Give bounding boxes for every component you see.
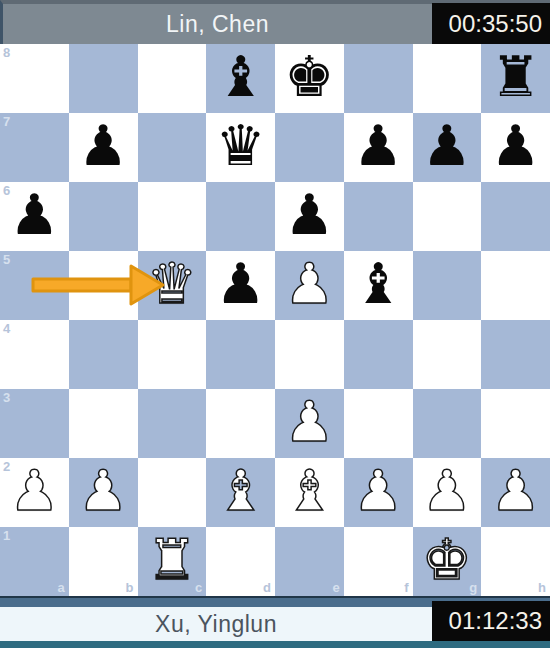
square-a3[interactable]: 3 [0,389,69,458]
square-h3[interactable] [481,389,550,458]
top-player-clock: 00:35:50 [432,3,550,44]
square-c3[interactable] [138,389,207,458]
square-e5[interactable]: ♟ [275,251,344,320]
rank-label-4: 4 [3,322,10,335]
top-player-bar: Lin, Chen 00:35:50 [0,0,550,44]
white-rook[interactable]: ♜ [147,532,197,588]
square-g4[interactable] [413,320,482,389]
square-g7[interactable]: ♟ [413,113,482,182]
square-b7[interactable]: ♟ [69,113,138,182]
file-label-f: f [404,581,408,594]
square-d4[interactable] [206,320,275,389]
black-pawn[interactable]: ♟ [284,187,334,243]
square-c5[interactable]: ♛ [138,251,207,320]
square-a8[interactable]: 8 [0,44,69,113]
black-pawn[interactable]: ♟ [216,256,266,312]
bottom-edge-strip [0,641,550,648]
square-h1[interactable]: h [481,527,550,596]
square-c1[interactable]: c♜ [138,527,207,596]
square-b5[interactable] [69,251,138,320]
white-pawn[interactable]: ♟ [284,394,334,450]
black-pawn[interactable]: ♟ [78,118,128,174]
square-b2[interactable]: ♟ [69,458,138,527]
square-h4[interactable] [481,320,550,389]
file-label-d: d [263,581,271,594]
square-g5[interactable] [413,251,482,320]
square-g6[interactable] [413,182,482,251]
square-a5[interactable]: 5 [0,251,69,320]
square-h5[interactable] [481,251,550,320]
file-label-h: h [538,581,546,594]
square-f6[interactable] [344,182,413,251]
square-c6[interactable] [138,182,207,251]
square-e8[interactable]: ♚ [275,44,344,113]
square-f3[interactable] [344,389,413,458]
square-c2[interactable] [138,458,207,527]
square-h7[interactable]: ♟ [481,113,550,182]
square-d7[interactable]: ♛ [206,113,275,182]
square-g2[interactable]: ♟ [413,458,482,527]
square-d5[interactable]: ♟ [206,251,275,320]
white-pawn[interactable]: ♟ [78,463,128,519]
white-bishop[interactable]: ♝ [216,463,266,519]
square-f5[interactable]: ♝ [344,251,413,320]
black-rook[interactable]: ♜ [491,49,541,105]
square-a6[interactable]: 6♟ [0,182,69,251]
square-c8[interactable] [138,44,207,113]
black-pawn[interactable]: ♟ [9,187,59,243]
square-b8[interactable] [69,44,138,113]
rank-label-1: 1 [3,529,10,542]
square-h8[interactable]: ♜ [481,44,550,113]
black-pawn[interactable]: ♟ [353,118,403,174]
bottom-player-clock: 01:12:33 [432,601,550,641]
square-g3[interactable] [413,389,482,458]
rank-label-3: 3 [3,391,10,404]
square-e3[interactable]: ♟ [275,389,344,458]
black-bishop[interactable]: ♝ [216,49,266,105]
file-label-a: a [58,581,65,594]
white-king[interactable]: ♚ [422,532,472,588]
white-queen[interactable]: ♛ [147,256,197,312]
square-f1[interactable]: f [344,527,413,596]
square-g1[interactable]: g♚ [413,527,482,596]
square-a2[interactable]: 2♟ [0,458,69,527]
square-g8[interactable] [413,44,482,113]
rank-label-7: 7 [3,115,10,128]
square-h6[interactable] [481,182,550,251]
white-pawn[interactable]: ♟ [284,256,334,312]
rank-label-8: 8 [3,46,10,59]
file-label-e: e [333,581,340,594]
square-f4[interactable] [344,320,413,389]
square-e2[interactable]: ♝ [275,458,344,527]
square-d8[interactable]: ♝ [206,44,275,113]
square-e7[interactable] [275,113,344,182]
square-d1[interactable]: d [206,527,275,596]
square-b3[interactable] [69,389,138,458]
square-f8[interactable] [344,44,413,113]
black-pawn[interactable]: ♟ [491,118,541,174]
black-king[interactable]: ♚ [284,49,334,105]
bottom-section: Xu, Yinglun 01:12:33 [0,596,550,641]
white-bishop[interactable]: ♝ [284,463,334,519]
square-a7[interactable]: 7 [0,113,69,182]
square-h2[interactable]: ♟ [481,458,550,527]
white-pawn[interactable]: ♟ [422,463,472,519]
black-queen[interactable]: ♛ [216,118,266,174]
square-a4[interactable]: 4 [0,320,69,389]
square-f7[interactable]: ♟ [344,113,413,182]
white-pawn[interactable]: ♟ [491,463,541,519]
chess-board: 8♝♚♜7♟♛♟♟♟6♟♟5♛♟♟♝43♟2♟♟♝♝♟♟♟1abc♜defg♚h [0,44,550,596]
square-e6[interactable]: ♟ [275,182,344,251]
top-player-name: Lin, Chen [3,4,432,44]
square-d3[interactable] [206,389,275,458]
square-b1[interactable]: b [69,527,138,596]
square-d2[interactable]: ♝ [206,458,275,527]
square-b4[interactable] [69,320,138,389]
black-pawn[interactable]: ♟ [422,118,472,174]
rank-label-5: 5 [3,253,10,266]
white-pawn[interactable]: ♟ [353,463,403,519]
square-d6[interactable] [206,182,275,251]
square-e1[interactable]: e [275,527,344,596]
square-a1[interactable]: 1a [0,527,69,596]
square-b6[interactable] [69,182,138,251]
square-c7[interactable] [138,113,207,182]
bottom-player-name: Xu, Yinglun [0,607,432,641]
square-e4[interactable] [275,320,344,389]
square-c4[interactable] [138,320,207,389]
file-label-b: b [126,581,134,594]
square-f2[interactable]: ♟ [344,458,413,527]
white-pawn[interactable]: ♟ [9,463,59,519]
black-bishop[interactable]: ♝ [353,256,403,312]
